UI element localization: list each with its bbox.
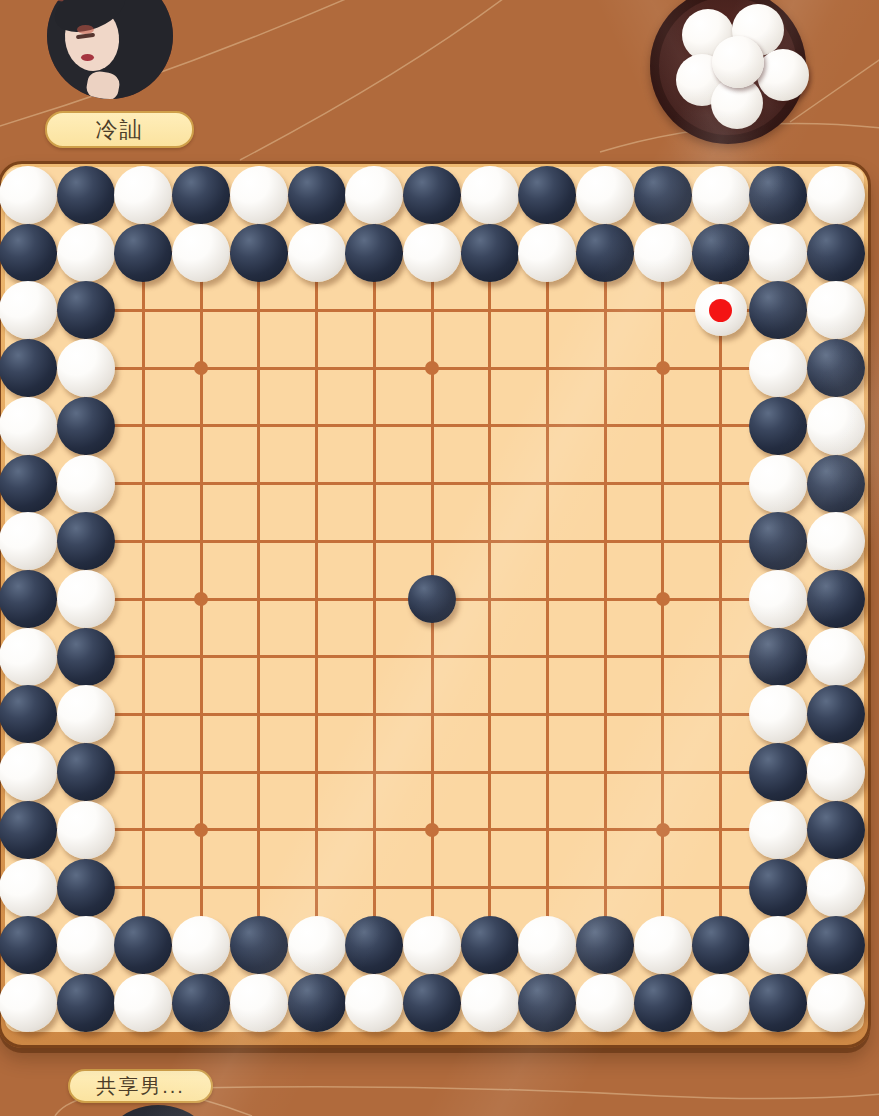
stone-white: [345, 166, 403, 224]
stone-white: [518, 916, 576, 974]
stone-white: [749, 339, 807, 397]
stone-black: [114, 224, 172, 282]
stone-black: [230, 916, 288, 974]
stone-black: [634, 974, 692, 1032]
stone-black: [807, 224, 865, 282]
grid-line-horizontal: [5, 771, 864, 774]
stone-black: [518, 166, 576, 224]
board-grid[interactable]: [5, 167, 864, 1032]
stone-white: [0, 628, 57, 686]
star-point: [425, 823, 439, 837]
stone-black: [57, 512, 115, 570]
stone-white: [288, 916, 346, 974]
bowl-white-stone: [757, 49, 809, 101]
stone-black: [749, 743, 807, 801]
stone-white: [807, 397, 865, 455]
stone-black: [345, 224, 403, 282]
player-avatar-bottom[interactable]: [94, 1105, 222, 1116]
stone-white: [634, 224, 692, 282]
stone-white: [807, 166, 865, 224]
stone-white: [692, 166, 750, 224]
stone-black: [807, 570, 865, 628]
stone-white: [57, 801, 115, 859]
grid-line-horizontal: [5, 655, 864, 658]
stone-white: [807, 743, 865, 801]
stone-black: [749, 628, 807, 686]
player-name-plate-top: 冷訕: [45, 111, 194, 148]
stone-black: [230, 224, 288, 282]
stone-white: [461, 166, 519, 224]
stone-white: [57, 339, 115, 397]
stone-black: [114, 916, 172, 974]
stone-white: [749, 916, 807, 974]
stone-white: [114, 974, 172, 1032]
stone-black: [576, 916, 634, 974]
stone-white: [0, 743, 57, 801]
stone-white: [57, 224, 115, 282]
stone-black: [807, 455, 865, 513]
last-move-marker: [709, 299, 732, 322]
star-point: [194, 823, 208, 837]
stone-white: [0, 281, 57, 339]
star-point: [194, 361, 208, 375]
stone-black: [692, 224, 750, 282]
star-point: [194, 592, 208, 606]
stone-white: [749, 455, 807, 513]
stone-white: [0, 859, 57, 917]
stone-white: [403, 224, 461, 282]
stone-white: [807, 974, 865, 1032]
stone-white: [576, 166, 634, 224]
board-frame: [0, 161, 871, 1048]
game-screen: 冷訕 共享男...: [0, 0, 879, 1116]
stone-black: [0, 570, 57, 628]
stone-black: [807, 685, 865, 743]
stone-black: [172, 974, 230, 1032]
stone-black: [172, 166, 230, 224]
stone-black: [408, 575, 456, 623]
bowl-white-stone: [712, 36, 764, 88]
stone-white: [172, 224, 230, 282]
stone-black: [57, 397, 115, 455]
stone-white: [518, 224, 576, 282]
stone-white: [634, 916, 692, 974]
stone-white: [749, 801, 807, 859]
stone-white: [57, 685, 115, 743]
player-name-plate-bottom: 共享男...: [68, 1069, 213, 1103]
stone-black: [57, 859, 115, 917]
stone-white: [288, 224, 346, 282]
player-name-bottom: 共享男...: [96, 1073, 185, 1100]
stone-black: [0, 801, 57, 859]
stone-black: [0, 339, 57, 397]
stone-black: [749, 166, 807, 224]
stone-black: [749, 512, 807, 570]
stone-white: [807, 281, 865, 339]
avatar-lips: [81, 54, 94, 61]
stone-black: [807, 916, 865, 974]
stone-white: [403, 916, 461, 974]
stone-white: [230, 166, 288, 224]
stone-black: [288, 166, 346, 224]
stone-black: [345, 916, 403, 974]
stone-white: [230, 974, 288, 1032]
stone-black: [288, 974, 346, 1032]
stone-white: [114, 166, 172, 224]
stone-black: [0, 224, 57, 282]
stone-white: [692, 974, 750, 1032]
stone-white: [576, 974, 634, 1032]
stone-white: [57, 455, 115, 513]
stone-white: [807, 512, 865, 570]
player-avatar-top[interactable]: [47, 0, 173, 99]
stone-black: [0, 685, 57, 743]
stone-black: [57, 166, 115, 224]
grid-line-vertical: [546, 167, 549, 1032]
stone-black: [749, 397, 807, 455]
stone-black: [518, 974, 576, 1032]
stone-black: [749, 974, 807, 1032]
stone-black: [57, 281, 115, 339]
star-point: [425, 361, 439, 375]
stone-white: [0, 974, 57, 1032]
grid-line-vertical: [488, 167, 491, 1032]
stone-black: [807, 801, 865, 859]
stone-black: [57, 974, 115, 1032]
stone-white: [0, 166, 57, 224]
stone-black: [634, 166, 692, 224]
stone-black: [57, 743, 115, 801]
stone-white: [345, 974, 403, 1032]
stone-black: [461, 916, 519, 974]
stone-black: [576, 224, 634, 282]
stone-white: [461, 974, 519, 1032]
white-stone-bowl: [650, 0, 806, 144]
grid-line-vertical: [604, 167, 607, 1032]
stone-white: [749, 570, 807, 628]
stone-white: [172, 916, 230, 974]
stone-white: [807, 628, 865, 686]
grid-line-horizontal: [5, 424, 864, 427]
stone-black: [57, 628, 115, 686]
player-name-top: 冷訕: [96, 115, 144, 145]
stone-black: [403, 974, 461, 1032]
grid-line-horizontal: [5, 540, 864, 543]
stone-black: [807, 339, 865, 397]
stone-black: [0, 916, 57, 974]
star-point: [656, 592, 670, 606]
stone-white: [0, 397, 57, 455]
star-point: [656, 361, 670, 375]
stone-white: [695, 284, 747, 336]
grid-line-horizontal: [5, 713, 864, 716]
stone-black: [461, 224, 519, 282]
stone-white: [57, 916, 115, 974]
star-point: [656, 823, 670, 837]
grid-line-horizontal: [5, 886, 864, 889]
stone-black: [692, 916, 750, 974]
stone-black: [403, 166, 461, 224]
stone-black: [0, 455, 57, 513]
stone-white: [807, 859, 865, 917]
stone-white: [0, 512, 57, 570]
stone-white: [57, 570, 115, 628]
grid-line-horizontal: [5, 482, 864, 485]
stone-white: [749, 224, 807, 282]
stone-white: [749, 685, 807, 743]
stone-black: [749, 859, 807, 917]
stone-black: [749, 281, 807, 339]
